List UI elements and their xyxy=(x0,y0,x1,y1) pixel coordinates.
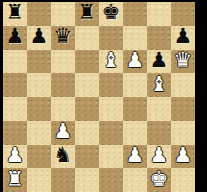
piece-white-queen[interactable]: ♛ xyxy=(174,50,193,71)
square-a4[interactable] xyxy=(3,97,27,121)
piece-white-pawn[interactable]: ♟ xyxy=(126,50,145,71)
piece-black-queen[interactable]: ♛ xyxy=(54,26,73,47)
piece-black-knight[interactable]: ♞ xyxy=(54,145,73,166)
square-d7[interactable] xyxy=(75,26,99,50)
piece-white-pawn[interactable]: ♟ xyxy=(150,145,169,166)
square-f2[interactable]: ♟ xyxy=(123,145,147,169)
square-d6[interactable] xyxy=(75,50,99,74)
square-g8[interactable] xyxy=(147,2,171,26)
square-g3[interactable] xyxy=(147,121,171,145)
piece-white-bishop[interactable]: ♝ xyxy=(150,74,169,95)
piece-black-rook[interactable]: ♜ xyxy=(6,2,25,23)
square-d5[interactable] xyxy=(75,73,99,97)
square-h5[interactable] xyxy=(171,73,195,97)
square-g7[interactable] xyxy=(147,26,171,50)
square-e3[interactable] xyxy=(99,121,123,145)
square-g2[interactable]: ♟ xyxy=(147,145,171,169)
square-b1[interactable] xyxy=(27,168,51,192)
piece-black-pawn[interactable]: ♟ xyxy=(174,26,193,47)
square-f3[interactable] xyxy=(123,121,147,145)
piece-white-pawn[interactable]: ♟ xyxy=(6,145,25,166)
piece-black-pawn[interactable]: ♟ xyxy=(150,50,169,71)
square-h1[interactable] xyxy=(171,168,195,192)
square-d1[interactable] xyxy=(75,168,99,192)
square-e2[interactable] xyxy=(99,145,123,169)
square-c7[interactable]: ♛ xyxy=(51,26,75,50)
square-d8[interactable]: ♜ xyxy=(75,2,99,26)
square-c5[interactable] xyxy=(51,73,75,97)
square-f5[interactable] xyxy=(123,73,147,97)
square-a1[interactable]: ♜ xyxy=(3,168,27,192)
square-c8[interactable] xyxy=(51,2,75,26)
square-e7[interactable] xyxy=(99,26,123,50)
square-a5[interactable] xyxy=(3,73,27,97)
square-b8[interactable] xyxy=(27,2,51,26)
square-d3[interactable] xyxy=(75,121,99,145)
square-b3[interactable] xyxy=(27,121,51,145)
piece-black-king[interactable]: ♚ xyxy=(102,2,121,23)
square-a3[interactable] xyxy=(3,121,27,145)
square-h6[interactable]: ♛ xyxy=(171,50,195,74)
square-e6[interactable]: ♝ xyxy=(99,50,123,74)
square-b7[interactable]: ♟ xyxy=(27,26,51,50)
square-e1[interactable] xyxy=(99,168,123,192)
square-h2[interactable]: ♟ xyxy=(171,145,195,169)
piece-white-pawn[interactable]: ♟ xyxy=(54,121,73,142)
piece-white-king[interactable]: ♚ xyxy=(150,169,169,190)
square-h4[interactable] xyxy=(171,97,195,121)
square-c6[interactable] xyxy=(51,50,75,74)
piece-black-pawn[interactable]: ♟ xyxy=(6,26,25,47)
square-g6[interactable]: ♟ xyxy=(147,50,171,74)
square-g4[interactable] xyxy=(147,97,171,121)
square-a7[interactable]: ♟ xyxy=(3,26,27,50)
square-f4[interactable] xyxy=(123,97,147,121)
square-g5[interactable]: ♝ xyxy=(147,73,171,97)
square-f7[interactable] xyxy=(123,26,147,50)
piece-black-rook[interactable]: ♜ xyxy=(78,2,97,23)
square-c4[interactable] xyxy=(51,97,75,121)
piece-white-bishop[interactable]: ♝ xyxy=(102,50,121,71)
square-d2[interactable] xyxy=(75,145,99,169)
square-h7[interactable]: ♟ xyxy=(171,26,195,50)
square-g1[interactable]: ♚ xyxy=(147,168,171,192)
square-c1[interactable] xyxy=(51,168,75,192)
square-b4[interactable] xyxy=(27,97,51,121)
piece-white-pawn[interactable]: ♟ xyxy=(174,145,193,166)
square-b6[interactable] xyxy=(27,50,51,74)
square-e4[interactable] xyxy=(99,97,123,121)
square-f1[interactable] xyxy=(123,168,147,192)
square-a2[interactable]: ♟ xyxy=(3,145,27,169)
square-a8[interactable]: ♜ xyxy=(3,2,27,26)
square-b5[interactable] xyxy=(27,73,51,97)
square-a6[interactable] xyxy=(3,50,27,74)
square-c3[interactable]: ♟ xyxy=(51,121,75,145)
square-f8[interactable] xyxy=(123,2,147,26)
piece-white-rook[interactable]: ♜ xyxy=(6,169,25,190)
piece-white-pawn[interactable]: ♟ xyxy=(126,145,145,166)
piece-black-pawn[interactable]: ♟ xyxy=(30,26,49,47)
square-e8[interactable]: ♚ xyxy=(99,2,123,26)
chess-board: ♜♜♚♟♟♛♟♝♟♟♛♝♟♟♞♟♟♟♜♚ xyxy=(3,2,195,192)
square-h8[interactable] xyxy=(171,2,195,26)
square-h3[interactable] xyxy=(171,121,195,145)
square-f6[interactable]: ♟ xyxy=(123,50,147,74)
square-b2[interactable] xyxy=(27,145,51,169)
square-e5[interactable] xyxy=(99,73,123,97)
chess-board-frame: ♜♜♚♟♟♛♟♝♟♟♛♝♟♟♞♟♟♟♜♚ xyxy=(0,0,207,192)
square-c2[interactable]: ♞ xyxy=(51,145,75,169)
square-d4[interactable] xyxy=(75,97,99,121)
